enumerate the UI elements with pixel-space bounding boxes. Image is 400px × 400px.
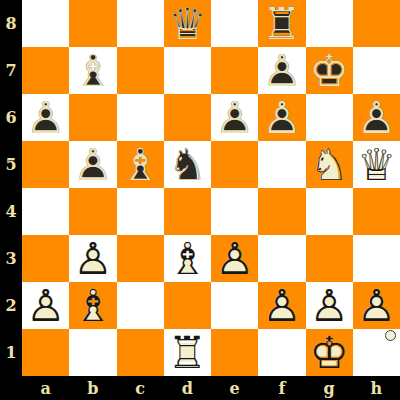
- piece-outline: ♗: [117, 141, 164, 188]
- file-label-b: b: [69, 376, 116, 400]
- piece-black-knight: ♞: [164, 141, 211, 188]
- square-d6[interactable]: [164, 94, 211, 141]
- piece-outline: ♗: [164, 235, 211, 282]
- square-f2[interactable]: ♟♙: [258, 282, 305, 329]
- square-f1[interactable]: [258, 329, 305, 376]
- square-a4[interactable]: [22, 188, 69, 235]
- square-f3[interactable]: [258, 235, 305, 282]
- piece-white-queen: ♛: [353, 141, 400, 188]
- piece-white-knight: ♞: [306, 141, 353, 188]
- piece-white-pawn: ♟: [306, 282, 353, 329]
- file-label-g: g: [306, 376, 353, 400]
- file-label-a: a: [22, 376, 69, 400]
- piece-black-rook: ♜: [258, 0, 305, 47]
- square-c6[interactable]: [117, 94, 164, 141]
- rank-label-4: 4: [0, 188, 22, 235]
- piece-outline: ♙: [69, 141, 116, 188]
- piece-white-pawn: ♟: [69, 235, 116, 282]
- piece-black-pawn: ♟: [22, 94, 69, 141]
- square-b3[interactable]: ♟♙: [69, 235, 116, 282]
- square-f5[interactable]: [258, 141, 305, 188]
- piece-white-bishop: ♝: [69, 282, 116, 329]
- square-f8[interactable]: ♜♖: [258, 0, 305, 47]
- file-label-c: c: [117, 376, 164, 400]
- file-label-e: e: [211, 376, 258, 400]
- square-e1[interactable]: [211, 329, 258, 376]
- piece-outline: ♙: [258, 94, 305, 141]
- square-b1[interactable]: [69, 329, 116, 376]
- piece-black-pawn: ♟: [211, 94, 258, 141]
- square-d7[interactable]: [164, 47, 211, 94]
- piece-outline: ♙: [353, 282, 400, 329]
- square-d1[interactable]: ♜♖: [164, 329, 211, 376]
- square-c2[interactable]: [117, 282, 164, 329]
- piece-white-pawn: ♟: [258, 282, 305, 329]
- rank-label-1: 1: [0, 329, 22, 376]
- piece-outline: ♙: [22, 282, 69, 329]
- square-e3[interactable]: ♟♙: [211, 235, 258, 282]
- square-d5[interactable]: ♞♘: [164, 141, 211, 188]
- square-d4[interactable]: [164, 188, 211, 235]
- square-f4[interactable]: [258, 188, 305, 235]
- square-b8[interactable]: [69, 0, 116, 47]
- piece-outline: ♕: [353, 141, 400, 188]
- piece-white-rook: ♜: [164, 329, 211, 376]
- square-a8[interactable]: [22, 0, 69, 47]
- rank-labels: 87654321: [0, 0, 22, 376]
- square-g8[interactable]: [306, 0, 353, 47]
- square-g1[interactable]: ♚♔: [306, 329, 353, 376]
- square-c3[interactable]: [117, 235, 164, 282]
- square-a2[interactable]: ♟♙: [22, 282, 69, 329]
- square-g2[interactable]: ♟♙: [306, 282, 353, 329]
- piece-outline: ♙: [258, 282, 305, 329]
- piece-outline: ♙: [69, 235, 116, 282]
- square-e2[interactable]: [211, 282, 258, 329]
- piece-outline: ♗: [69, 282, 116, 329]
- file-label-f: f: [258, 376, 305, 400]
- square-g7[interactable]: ♚♔: [306, 47, 353, 94]
- piece-outline: ♘: [164, 141, 211, 188]
- square-f6[interactable]: ♟♙: [258, 94, 305, 141]
- square-b6[interactable]: [69, 94, 116, 141]
- rank-label-2: 2: [0, 282, 22, 329]
- piece-black-pawn: ♟: [258, 94, 305, 141]
- chess-diagram: 87654321 ♛♕♜♖♝♗♟♙♚♔♟♙♟♙♟♙♟♙♟♙♝♗♞♘♞♘♛♕♟♙♝…: [0, 0, 400, 400]
- square-g5[interactable]: ♞♘: [306, 141, 353, 188]
- piece-black-king: ♚: [306, 47, 353, 94]
- white-to-move-indicator: [385, 330, 396, 341]
- piece-black-pawn: ♟: [69, 141, 116, 188]
- square-a7[interactable]: [22, 47, 69, 94]
- rank-label-8: 8: [0, 0, 22, 47]
- file-label-d: d: [164, 376, 211, 400]
- chess-board: ♛♕♜♖♝♗♟♙♚♔♟♙♟♙♟♙♟♙♟♙♝♗♞♘♞♘♛♕♟♙♝♗♟♙♟♙♝♗♟♙…: [22, 0, 400, 376]
- square-e8[interactable]: [211, 0, 258, 47]
- square-c1[interactable]: [117, 329, 164, 376]
- square-h6[interactable]: ♟♙: [353, 94, 400, 141]
- square-b7[interactable]: ♝♗: [69, 47, 116, 94]
- piece-outline: ♙: [211, 235, 258, 282]
- square-h2[interactable]: ♟♙: [353, 282, 400, 329]
- square-g3[interactable]: [306, 235, 353, 282]
- square-e5[interactable]: [211, 141, 258, 188]
- square-e7[interactable]: [211, 47, 258, 94]
- square-h5[interactable]: ♛♕: [353, 141, 400, 188]
- piece-black-pawn: ♟: [353, 94, 400, 141]
- piece-outline: ♕: [164, 0, 211, 47]
- square-b5[interactable]: ♟♙: [69, 141, 116, 188]
- piece-outline: ♔: [306, 47, 353, 94]
- piece-black-bishop: ♝: [69, 47, 116, 94]
- piece-outline: ♔: [306, 329, 353, 376]
- piece-outline: ♙: [22, 94, 69, 141]
- square-h7[interactable]: [353, 47, 400, 94]
- piece-white-pawn: ♟: [211, 235, 258, 282]
- piece-white-pawn: ♟: [22, 282, 69, 329]
- rank-label-6: 6: [0, 94, 22, 141]
- square-g6[interactable]: [306, 94, 353, 141]
- square-a1[interactable]: [22, 329, 69, 376]
- square-h3[interactable]: [353, 235, 400, 282]
- piece-black-bishop: ♝: [117, 141, 164, 188]
- piece-white-king: ♚: [306, 329, 353, 376]
- square-e4[interactable]: [211, 188, 258, 235]
- piece-outline: ♙: [306, 282, 353, 329]
- square-a5[interactable]: [22, 141, 69, 188]
- square-d8[interactable]: ♛♕: [164, 0, 211, 47]
- piece-outline: ♖: [258, 0, 305, 47]
- square-e6[interactable]: ♟♙: [211, 94, 258, 141]
- piece-outline: ♙: [211, 94, 258, 141]
- square-c7[interactable]: [117, 47, 164, 94]
- piece-outline: ♖: [164, 329, 211, 376]
- file-label-h: h: [353, 376, 400, 400]
- square-f7[interactable]: ♟♙: [258, 47, 305, 94]
- piece-white-pawn: ♟: [353, 282, 400, 329]
- square-c8[interactable]: [117, 0, 164, 47]
- rank-label-5: 5: [0, 141, 22, 188]
- file-labels: abcdefgh: [22, 376, 400, 400]
- rank-label-3: 3: [0, 235, 22, 282]
- square-g4[interactable]: [306, 188, 353, 235]
- square-h4[interactable]: [353, 188, 400, 235]
- piece-outline: ♙: [353, 94, 400, 141]
- square-a6[interactable]: ♟♙: [22, 94, 69, 141]
- piece-black-pawn: ♟: [258, 47, 305, 94]
- rank-label-7: 7: [0, 47, 22, 94]
- piece-outline: ♙: [258, 47, 305, 94]
- piece-outline: ♘: [306, 141, 353, 188]
- piece-outline: ♗: [69, 47, 116, 94]
- square-d2[interactable]: [164, 282, 211, 329]
- square-a3[interactable]: [22, 235, 69, 282]
- square-b2[interactable]: ♝♗: [69, 282, 116, 329]
- piece-black-queen: ♛: [164, 0, 211, 47]
- square-d3[interactable]: ♝♗: [164, 235, 211, 282]
- square-b4[interactable]: [69, 188, 116, 235]
- square-h8[interactable]: [353, 0, 400, 47]
- piece-white-bishop: ♝: [164, 235, 211, 282]
- square-c5[interactable]: ♝♗: [117, 141, 164, 188]
- square-c4[interactable]: [117, 188, 164, 235]
